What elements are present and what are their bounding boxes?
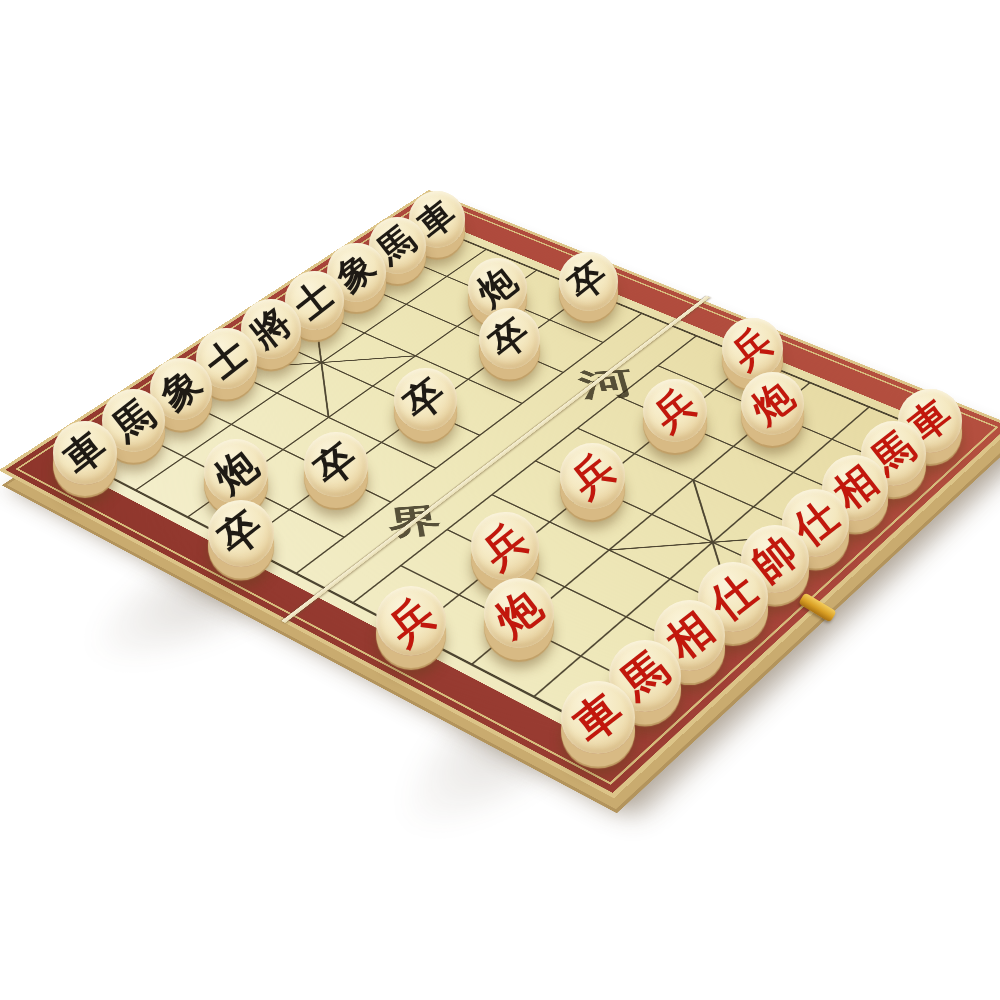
- piece-red-soldier[interactable]: 兵: [376, 586, 446, 656]
- piece-red-soldier[interactable]: 兵: [643, 379, 706, 442]
- red-piece-character: 炮: [740, 370, 804, 437]
- red-piece-character: 兵: [376, 585, 446, 658]
- piece-black-soldier[interactable]: 卒: [559, 252, 618, 311]
- piece-black-soldier[interactable]: 卒: [394, 368, 457, 431]
- red-piece-character: 兵: [643, 377, 707, 444]
- black-piece-character: 炮: [203, 438, 269, 506]
- piece-black-soldier[interactable]: 卒: [479, 308, 540, 369]
- red-piece-character: 兵: [471, 511, 538, 581]
- black-piece-character: 卒: [394, 367, 457, 432]
- black-piece-character: 車: [53, 420, 118, 487]
- red-piece-character: 車: [561, 679, 634, 755]
- black-piece-character: 卒: [303, 430, 368, 498]
- black-piece-character: 卒: [207, 499, 274, 569]
- red-piece-character: 兵: [560, 442, 626, 510]
- red-piece-character: 炮: [484, 576, 554, 649]
- piece-red-cannon[interactable]: 炮: [741, 372, 804, 435]
- piece-red-cannon[interactable]: 炮: [484, 578, 554, 648]
- piece-red-soldier[interactable]: 兵: [471, 512, 539, 580]
- xiangqi-board-photo: 河 界 車馬象士將士象馬車炮炮卒卒卒卒卒兵兵兵兵兵炮炮車馬相仕帥仕相馬車: [0, 0, 1000, 1000]
- black-piece-character: 卒: [479, 307, 539, 370]
- piece-black-cannon[interactable]: 炮: [204, 439, 269, 504]
- piece-red-soldier[interactable]: 兵: [722, 318, 784, 380]
- piece-black-soldier[interactable]: 卒: [208, 500, 275, 567]
- red-piece-character: 兵: [722, 317, 783, 381]
- piece-red-soldier[interactable]: 兵: [560, 443, 625, 508]
- piece-black-chariot[interactable]: 車: [53, 421, 117, 485]
- piece-black-soldier[interactable]: 卒: [304, 432, 369, 497]
- piece-red-chariot[interactable]: 車: [561, 681, 634, 754]
- black-piece-character: 卒: [559, 251, 618, 312]
- pieces-layer: 車馬象士將士象馬車炮炮卒卒卒卒卒兵兵兵兵兵炮炮車馬相仕帥仕相馬車: [0, 0, 1000, 1000]
